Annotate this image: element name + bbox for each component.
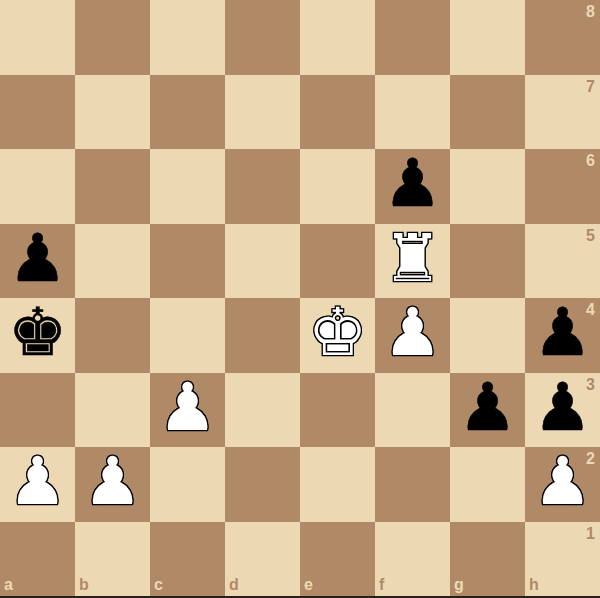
piece-black-pawn-g3[interactable]: ♟ bbox=[458, 371, 517, 446]
piece-white-pawn-b2[interactable]: ♟ bbox=[83, 445, 142, 520]
piece-black-pawn-h3[interactable]: ♟ bbox=[533, 371, 592, 446]
square-b8[interactable] bbox=[75, 0, 150, 75]
square-a1[interactable]: a bbox=[0, 522, 75, 597]
square-e8[interactable] bbox=[300, 0, 375, 75]
square-a4[interactable]: ♚ bbox=[0, 298, 75, 373]
piece-white-king-e4[interactable]: ♚ bbox=[308, 296, 367, 371]
file-label-d: d bbox=[229, 577, 239, 593]
square-b6[interactable] bbox=[75, 149, 150, 224]
square-b3[interactable] bbox=[75, 373, 150, 448]
square-f1[interactable]: f bbox=[375, 522, 450, 597]
file-label-e: e bbox=[304, 577, 313, 593]
square-f4[interactable]: ♟ bbox=[375, 298, 450, 373]
square-d1[interactable]: d bbox=[225, 522, 300, 597]
square-b1[interactable]: b bbox=[75, 522, 150, 597]
square-e2[interactable] bbox=[300, 447, 375, 522]
rank-label-8: 8 bbox=[586, 4, 595, 20]
square-a7[interactable] bbox=[0, 75, 75, 150]
square-g5[interactable] bbox=[450, 224, 525, 299]
square-c1[interactable]: c bbox=[150, 522, 225, 597]
square-d4[interactable] bbox=[225, 298, 300, 373]
square-b4[interactable] bbox=[75, 298, 150, 373]
square-d3[interactable] bbox=[225, 373, 300, 448]
square-a2[interactable]: ♟ bbox=[0, 447, 75, 522]
square-h7[interactable]: 7 bbox=[525, 75, 600, 150]
square-d8[interactable] bbox=[225, 0, 300, 75]
square-a6[interactable] bbox=[0, 149, 75, 224]
square-h6[interactable]: 6 bbox=[525, 149, 600, 224]
square-e6[interactable] bbox=[300, 149, 375, 224]
square-d5[interactable] bbox=[225, 224, 300, 299]
file-label-h: h bbox=[529, 577, 539, 593]
square-e3[interactable] bbox=[300, 373, 375, 448]
square-c3[interactable]: ♟ bbox=[150, 373, 225, 448]
square-g4[interactable] bbox=[450, 298, 525, 373]
square-f7[interactable] bbox=[375, 75, 450, 150]
square-c2[interactable] bbox=[150, 447, 225, 522]
square-c8[interactable] bbox=[150, 0, 225, 75]
square-b2[interactable]: ♟ bbox=[75, 447, 150, 522]
piece-white-pawn-c3[interactable]: ♟ bbox=[158, 371, 217, 446]
file-label-c: c bbox=[154, 577, 163, 593]
board-grid: 87♟6♟♜5♚♚♟4♟♟♟3♟♟♟2♟abcdefg1h bbox=[0, 0, 600, 596]
square-h4[interactable]: 4♟ bbox=[525, 298, 600, 373]
piece-black-pawn-f6[interactable]: ♟ bbox=[383, 147, 442, 222]
square-a5[interactable]: ♟ bbox=[0, 224, 75, 299]
square-f2[interactable] bbox=[375, 447, 450, 522]
square-a8[interactable] bbox=[0, 0, 75, 75]
file-label-f: f bbox=[379, 577, 384, 593]
square-e4[interactable]: ♚ bbox=[300, 298, 375, 373]
square-d2[interactable] bbox=[225, 447, 300, 522]
square-e7[interactable] bbox=[300, 75, 375, 150]
square-g2[interactable] bbox=[450, 447, 525, 522]
piece-black-king-a4[interactable]: ♚ bbox=[8, 296, 67, 371]
square-c6[interactable] bbox=[150, 149, 225, 224]
square-d6[interactable] bbox=[225, 149, 300, 224]
square-c5[interactable] bbox=[150, 224, 225, 299]
square-g8[interactable] bbox=[450, 0, 525, 75]
piece-black-pawn-h4[interactable]: ♟ bbox=[533, 296, 592, 371]
piece-white-pawn-h2[interactable]: ♟ bbox=[533, 445, 592, 520]
square-e1[interactable]: e bbox=[300, 522, 375, 597]
piece-white-pawn-f4[interactable]: ♟ bbox=[383, 296, 442, 371]
piece-white-rook-f5[interactable]: ♜ bbox=[383, 222, 442, 297]
square-f3[interactable] bbox=[375, 373, 450, 448]
square-g7[interactable] bbox=[450, 75, 525, 150]
square-b5[interactable] bbox=[75, 224, 150, 299]
square-h1[interactable]: 1h bbox=[525, 522, 600, 597]
rank-label-1: 1 bbox=[586, 526, 595, 542]
square-b7[interactable] bbox=[75, 75, 150, 150]
square-d7[interactable] bbox=[225, 75, 300, 150]
chess-board: 87♟6♟♜5♚♚♟4♟♟♟3♟♟♟2♟abcdefg1h bbox=[0, 0, 600, 598]
square-f8[interactable] bbox=[375, 0, 450, 75]
square-h2[interactable]: 2♟ bbox=[525, 447, 600, 522]
rank-label-6: 6 bbox=[586, 153, 595, 169]
piece-white-pawn-a2[interactable]: ♟ bbox=[8, 445, 67, 520]
square-g3[interactable]: ♟ bbox=[450, 373, 525, 448]
square-g1[interactable]: g bbox=[450, 522, 525, 597]
file-label-b: b bbox=[79, 577, 89, 593]
rank-label-7: 7 bbox=[586, 79, 595, 95]
square-h5[interactable]: 5 bbox=[525, 224, 600, 299]
square-h8[interactable]: 8 bbox=[525, 0, 600, 75]
square-c4[interactable] bbox=[150, 298, 225, 373]
square-f5[interactable]: ♜ bbox=[375, 224, 450, 299]
square-f6[interactable]: ♟ bbox=[375, 149, 450, 224]
piece-black-pawn-a5[interactable]: ♟ bbox=[8, 222, 67, 297]
square-c7[interactable] bbox=[150, 75, 225, 150]
file-label-a: a bbox=[4, 577, 13, 593]
square-a3[interactable] bbox=[0, 373, 75, 448]
square-h3[interactable]: 3♟ bbox=[525, 373, 600, 448]
square-e5[interactable] bbox=[300, 224, 375, 299]
file-label-g: g bbox=[454, 577, 464, 593]
rank-label-5: 5 bbox=[586, 228, 595, 244]
square-g6[interactable] bbox=[450, 149, 525, 224]
